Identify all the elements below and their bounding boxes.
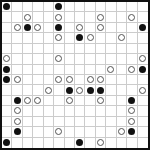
cell-r10c5[interactable]: [44, 96, 54, 106]
black-pearl: [3, 76, 10, 83]
cell-r14c4[interactable]: [33, 138, 43, 148]
cell-r8c3[interactable]: [23, 75, 33, 85]
masyu-board: [0, 0, 150, 150]
cell-r3c3[interactable]: [23, 23, 33, 33]
cell-r14c2[interactable]: [12, 138, 22, 148]
black-pearl: [55, 24, 62, 31]
cell-r2c3[interactable]: [23, 12, 33, 22]
cell-r10c9[interactable]: [85, 96, 95, 106]
cell-r6c3[interactable]: [23, 54, 33, 64]
cell-r14c6[interactable]: [54, 138, 64, 148]
cell-r8c4[interactable]: [33, 75, 43, 85]
cell-r1c11[interactable]: [106, 2, 116, 12]
white-pearl: [24, 97, 31, 104]
black-pearl: [3, 66, 10, 73]
white-pearl: [76, 24, 83, 31]
cell-r5c3[interactable]: [23, 44, 33, 54]
cell-r5c14[interactable]: [138, 44, 148, 54]
black-pearl: [3, 139, 10, 146]
cell-r7c13[interactable]: [127, 65, 137, 75]
cell-r11c4[interactable]: [33, 106, 43, 116]
cell-r11c13[interactable]: [127, 106, 137, 116]
white-pearl: [139, 87, 146, 94]
cell-r6c10[interactable]: [96, 54, 106, 64]
cell-r1c2[interactable]: [12, 2, 22, 12]
cell-r12c9[interactable]: [85, 117, 95, 127]
white-pearl: [66, 97, 73, 104]
white-pearl: [97, 97, 104, 104]
cell-r11c6[interactable]: [54, 106, 64, 116]
cell-r7c6[interactable]: [54, 65, 64, 75]
cell-r13c1[interactable]: [2, 127, 12, 137]
cell-r13c7[interactable]: [65, 127, 75, 137]
cell-r12c8[interactable]: [75, 117, 85, 127]
white-pearl: [3, 55, 10, 62]
cell-r11c1[interactable]: [2, 106, 12, 116]
cell-r1c9[interactable]: [85, 2, 95, 12]
cell-r12c13[interactable]: [127, 117, 137, 127]
cell-r14c8[interactable]: [75, 138, 85, 148]
cell-r3c5[interactable]: [44, 23, 54, 33]
black-pearl: [97, 87, 104, 94]
white-pearl: [14, 118, 21, 125]
cell-r8c13[interactable]: [127, 75, 137, 85]
cell-r12c2[interactable]: [12, 117, 22, 127]
cell-r13c8[interactable]: [75, 127, 85, 137]
cell-r4c2[interactable]: [12, 33, 22, 43]
black-pearl: [128, 97, 135, 104]
cell-r2c14[interactable]: [138, 12, 148, 22]
cell-r10c8[interactable]: [75, 96, 85, 106]
cell-r8c2[interactable]: [12, 75, 22, 85]
cell-r13c9[interactable]: [85, 127, 95, 137]
black-pearl: [76, 139, 83, 146]
cell-r10c7[interactable]: [65, 96, 75, 106]
cell-r2c8[interactable]: [75, 12, 85, 22]
cell-r13c12[interactable]: [117, 127, 127, 137]
cell-r14c12[interactable]: [117, 138, 127, 148]
cell-r5c11[interactable]: [106, 44, 116, 54]
black-pearl: [128, 128, 135, 135]
cell-r11c11[interactable]: [106, 106, 116, 116]
white-pearl: [87, 34, 94, 41]
cell-r7c11[interactable]: [106, 65, 116, 75]
cell-r5c7[interactable]: [65, 44, 75, 54]
cell-r1c12[interactable]: [117, 2, 127, 12]
cell-r9c4[interactable]: [33, 85, 43, 95]
cell-r11c3[interactable]: [23, 106, 33, 116]
black-pearl: [3, 3, 10, 10]
cell-r5c5[interactable]: [44, 44, 54, 54]
cell-r3c1[interactable]: [2, 23, 12, 33]
cell-r2c10[interactable]: [96, 12, 106, 22]
cell-r3c7[interactable]: [65, 23, 75, 33]
cell-r4c7[interactable]: [65, 33, 75, 43]
cell-r5c1[interactable]: [2, 44, 12, 54]
cell-r1c10[interactable]: [96, 2, 106, 12]
cell-r5c13[interactable]: [127, 44, 137, 54]
cell-r5c2[interactable]: [12, 44, 22, 54]
cell-r13c6[interactable]: [54, 127, 64, 137]
white-pearl: [97, 24, 104, 31]
cell-r6c4[interactable]: [33, 54, 43, 64]
cell-r9c3[interactable]: [23, 85, 33, 95]
cell-r11c12[interactable]: [117, 106, 127, 116]
cell-r8c7[interactable]: [65, 75, 75, 85]
cell-r13c13[interactable]: [127, 127, 137, 137]
black-pearl: [139, 66, 146, 73]
cell-r1c6[interactable]: [54, 2, 64, 12]
cell-r2c4[interactable]: [33, 12, 43, 22]
cell-r4c9[interactable]: [85, 33, 95, 43]
cell-r10c2[interactable]: [12, 96, 22, 106]
cell-r1c7[interactable]: [65, 2, 75, 12]
cell-r1c13[interactable]: [127, 2, 137, 12]
cell-r9c7[interactable]: [65, 85, 75, 95]
white-pearl: [14, 24, 21, 31]
cell-r5c8[interactable]: [75, 44, 85, 54]
cell-r13c10[interactable]: [96, 127, 106, 137]
cell-r4c13[interactable]: [127, 33, 137, 43]
cell-r10c6[interactable]: [54, 96, 64, 106]
cell-r4c14[interactable]: [138, 33, 148, 43]
black-pearl: [14, 128, 21, 135]
cell-r9c5[interactable]: [44, 85, 54, 95]
cell-r7c10[interactable]: [96, 65, 106, 75]
cell-r5c6[interactable]: [54, 44, 64, 54]
white-pearl: [34, 97, 41, 104]
cell-r9c12[interactable]: [117, 85, 127, 95]
white-pearl: [55, 55, 62, 62]
cell-r9c11[interactable]: [106, 85, 116, 95]
cell-r2c7[interactable]: [65, 12, 75, 22]
white-pearl: [55, 34, 62, 41]
cell-r14c10[interactable]: [96, 138, 106, 148]
cell-r1c3[interactable]: [23, 2, 33, 12]
white-pearl: [97, 14, 104, 21]
cell-r7c14[interactable]: [138, 65, 148, 75]
cell-r6c8[interactable]: [75, 54, 85, 64]
cell-r2c1[interactable]: [2, 12, 12, 22]
cell-r9c2[interactable]: [12, 85, 22, 95]
cell-r7c1[interactable]: [2, 65, 12, 75]
white-pearl: [24, 14, 31, 21]
cell-r2c2[interactable]: [12, 12, 22, 22]
cell-r11c14[interactable]: [138, 106, 148, 116]
cell-r2c12[interactable]: [117, 12, 127, 22]
cell-r2c6[interactable]: [54, 12, 64, 22]
cell-r4c10[interactable]: [96, 33, 106, 43]
white-pearl: [118, 128, 125, 135]
cell-r14c11[interactable]: [106, 138, 116, 148]
cell-r11c10[interactable]: [96, 106, 106, 116]
cell-r7c3[interactable]: [23, 65, 33, 75]
cell-r3c4[interactable]: [33, 23, 43, 33]
cell-r10c12[interactable]: [117, 96, 127, 106]
white-pearl: [55, 128, 62, 135]
cell-r9c1[interactable]: [2, 85, 12, 95]
cell-r12c11[interactable]: [106, 117, 116, 127]
cell-r6c14[interactable]: [138, 54, 148, 64]
cell-r13c3[interactable]: [23, 127, 33, 137]
cell-r1c5[interactable]: [44, 2, 54, 12]
cell-r1c1[interactable]: [2, 2, 12, 12]
cell-r9c14[interactable]: [138, 85, 148, 95]
cell-r10c3[interactable]: [23, 96, 33, 106]
cell-r10c4[interactable]: [33, 96, 43, 106]
cell-r4c11[interactable]: [106, 33, 116, 43]
cell-r14c13[interactable]: [127, 138, 137, 148]
cell-r9c10[interactable]: [96, 85, 106, 95]
cell-r12c12[interactable]: [117, 117, 127, 127]
white-pearl: [34, 24, 41, 31]
black-pearl: [14, 97, 21, 104]
black-pearl: [76, 34, 83, 41]
cell-r14c1[interactable]: [2, 138, 12, 148]
cell-r13c11[interactable]: [106, 127, 116, 137]
cell-r7c7[interactable]: [65, 65, 75, 75]
white-pearl: [87, 76, 94, 83]
cell-r8c6[interactable]: [54, 75, 64, 85]
cell-r7c9[interactable]: [85, 65, 95, 75]
white-pearl: [66, 76, 73, 83]
cell-r13c2[interactable]: [12, 127, 22, 137]
cell-r6c2[interactable]: [12, 54, 22, 64]
white-pearl: [128, 118, 135, 125]
cell-r4c8[interactable]: [75, 33, 85, 43]
cell-r7c5[interactable]: [44, 65, 54, 75]
cell-r8c11[interactable]: [106, 75, 116, 85]
cell-r3c11[interactable]: [106, 23, 116, 33]
cell-r8c9[interactable]: [85, 75, 95, 85]
cell-r4c5[interactable]: [44, 33, 54, 43]
white-pearl: [128, 66, 135, 73]
cell-r14c9[interactable]: [85, 138, 95, 148]
cell-r10c1[interactable]: [2, 96, 12, 106]
cell-r1c14[interactable]: [138, 2, 148, 12]
cell-r14c5[interactable]: [44, 138, 54, 148]
white-pearl: [128, 107, 135, 114]
cell-r5c12[interactable]: [117, 44, 127, 54]
cell-r6c13[interactable]: [127, 54, 137, 64]
cell-r11c5[interactable]: [44, 106, 54, 116]
white-pearl: [107, 66, 114, 73]
cell-r13c14[interactable]: [138, 127, 148, 137]
black-pearl: [55, 3, 62, 10]
white-pearl: [139, 55, 146, 62]
cell-r6c11[interactable]: [106, 54, 116, 64]
cell-r12c6[interactable]: [54, 117, 64, 127]
cell-r2c5[interactable]: [44, 12, 54, 22]
cell-r14c3[interactable]: [23, 138, 33, 148]
cell-r12c10[interactable]: [96, 117, 106, 127]
cell-r3c2[interactable]: [12, 23, 22, 33]
cell-r13c4[interactable]: [33, 127, 43, 137]
cell-r8c10[interactable]: [96, 75, 106, 85]
cell-r9c8[interactable]: [75, 85, 85, 95]
white-pearl: [76, 87, 83, 94]
cell-r8c14[interactable]: [138, 75, 148, 85]
cell-r14c7[interactable]: [65, 138, 75, 148]
cell-r2c11[interactable]: [106, 12, 116, 22]
cell-r7c2[interactable]: [12, 65, 22, 75]
cell-r3c12[interactable]: [117, 23, 127, 33]
cell-r5c4[interactable]: [33, 44, 43, 54]
white-pearl: [14, 107, 21, 114]
cell-r7c12[interactable]: [117, 65, 127, 75]
cell-r14c14[interactable]: [138, 138, 148, 148]
cell-r10c13[interactable]: [127, 96, 137, 106]
cell-r10c14[interactable]: [138, 96, 148, 106]
cell-r5c9[interactable]: [85, 44, 95, 54]
white-pearl: [45, 87, 52, 94]
cell-r11c7[interactable]: [65, 106, 75, 116]
cell-r8c1[interactable]: [2, 75, 12, 85]
cell-r12c3[interactable]: [23, 117, 33, 127]
white-pearl: [118, 34, 125, 41]
cell-r12c5[interactable]: [44, 117, 54, 127]
cell-r2c13[interactable]: [127, 12, 137, 22]
cell-r7c8[interactable]: [75, 65, 85, 75]
white-pearl: [97, 76, 104, 83]
cell-r8c8[interactable]: [75, 75, 85, 85]
white-pearl: [128, 14, 135, 21]
cell-r6c12[interactable]: [117, 54, 127, 64]
cell-r7c4[interactable]: [33, 65, 43, 75]
cell-r6c1[interactable]: [2, 54, 12, 64]
cell-r8c12[interactable]: [117, 75, 127, 85]
cell-r3c8[interactable]: [75, 23, 85, 33]
white-pearl: [55, 76, 62, 83]
black-pearl: [66, 87, 73, 94]
cell-r10c11[interactable]: [106, 96, 116, 106]
cell-r1c4[interactable]: [33, 2, 43, 12]
cell-r6c9[interactable]: [85, 54, 95, 64]
cell-r12c14[interactable]: [138, 117, 148, 127]
masyu-puzzle: [0, 0, 150, 150]
cell-r11c2[interactable]: [12, 106, 22, 116]
black-pearl: [139, 24, 146, 31]
cell-r6c7[interactable]: [65, 54, 75, 64]
cell-r4c1[interactable]: [2, 33, 12, 43]
cell-r3c6[interactable]: [54, 23, 64, 33]
cell-r4c4[interactable]: [33, 33, 43, 43]
cell-r4c12[interactable]: [117, 33, 127, 43]
cell-r2c9[interactable]: [85, 12, 95, 22]
cell-r3c14[interactable]: [138, 23, 148, 33]
cell-r5c10[interactable]: [96, 44, 106, 54]
cell-r4c3[interactable]: [23, 33, 33, 43]
cell-r9c9[interactable]: [85, 85, 95, 95]
white-pearl: [97, 139, 104, 146]
cell-r3c9[interactable]: [85, 23, 95, 33]
cell-r13c5[interactable]: [44, 127, 54, 137]
cell-r9c6[interactable]: [54, 85, 64, 95]
cell-r12c7[interactable]: [65, 117, 75, 127]
cell-r3c10[interactable]: [96, 23, 106, 33]
cell-r9c13[interactable]: [127, 85, 137, 95]
white-pearl: [55, 14, 62, 21]
cell-r11c9[interactable]: [85, 106, 95, 116]
cell-r6c6[interactable]: [54, 54, 64, 64]
cell-r1c8[interactable]: [75, 2, 85, 12]
cell-r11c8[interactable]: [75, 106, 85, 116]
cell-r10c10[interactable]: [96, 96, 106, 106]
cell-r6c5[interactable]: [44, 54, 54, 64]
cell-r8c5[interactable]: [44, 75, 54, 85]
cell-r4c6[interactable]: [54, 33, 64, 43]
black-pearl: [24, 24, 31, 31]
black-pearl: [87, 87, 94, 94]
cell-r12c4[interactable]: [33, 117, 43, 127]
white-pearl: [14, 76, 21, 83]
cell-r3c13[interactable]: [127, 23, 137, 33]
cell-r12c1[interactable]: [2, 117, 12, 127]
